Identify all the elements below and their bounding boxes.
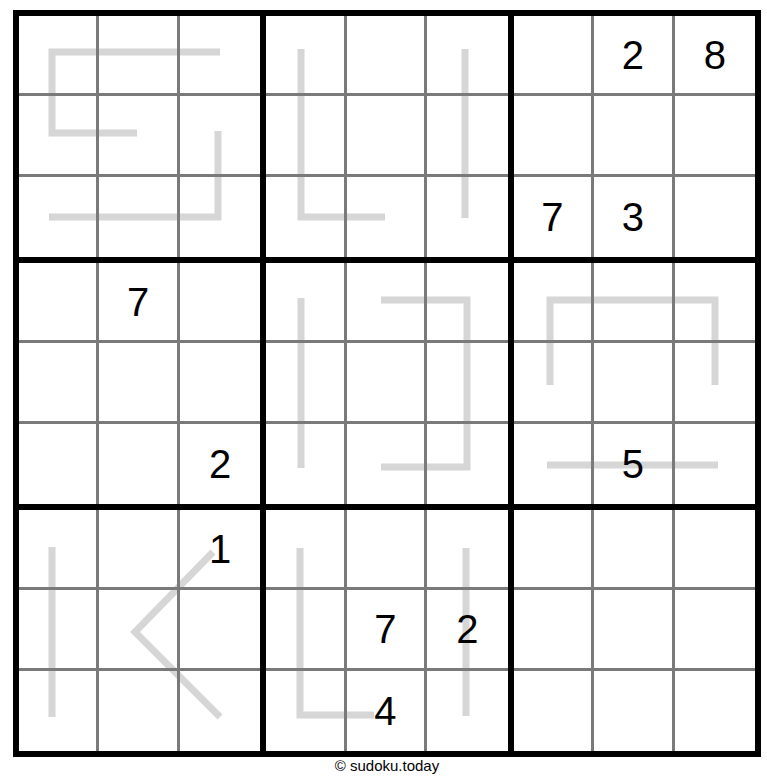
cell-r3c1[interactable] [19,177,99,257]
cell-r8c8[interactable] [594,590,674,670]
cell-r7c1[interactable] [19,510,99,590]
cell-r7c5[interactable] [347,510,427,590]
cell-r3c5[interactable] [347,177,427,257]
cell-r7c8[interactable] [594,510,674,590]
cell-r8c6[interactable]: 2 [427,590,507,670]
box-9 [511,507,758,754]
cell-r7c4[interactable] [266,510,346,590]
cell-r9c5[interactable]: 4 [347,671,427,751]
cell-r2c4[interactable] [266,96,346,176]
cell-r1c8[interactable]: 2 [594,16,674,96]
cell-r6c9[interactable] [675,424,755,504]
box-1 [16,13,263,260]
box-8: 724 [263,507,510,754]
cell-r5c1[interactable] [19,343,99,423]
cell-r9c7[interactable] [514,671,594,751]
cell-r2c8[interactable] [594,96,674,176]
cell-r4c2[interactable]: 7 [99,263,179,343]
cell-r8c2[interactable] [99,590,179,670]
cell-r5c7[interactable] [514,343,594,423]
cell-r9c3[interactable] [180,671,260,751]
cell-r3c2[interactable] [99,177,179,257]
cell-r6c2[interactable] [99,424,179,504]
cell-r5c6[interactable] [427,343,507,423]
cell-r4c6[interactable] [427,263,507,343]
cell-r4c7[interactable] [514,263,594,343]
cell-r4c8[interactable] [594,263,674,343]
cell-r3c3[interactable] [180,177,260,257]
cell-r3c9[interactable] [675,177,755,257]
box-5 [263,260,510,507]
cell-r8c4[interactable] [266,590,346,670]
cell-r5c9[interactable] [675,343,755,423]
cell-r2c5[interactable] [347,96,427,176]
cell-r8c3[interactable] [180,590,260,670]
cell-r6c7[interactable] [514,424,594,504]
cell-r8c5[interactable]: 7 [347,590,427,670]
cell-r9c8[interactable] [594,671,674,751]
cell-r9c6[interactable] [427,671,507,751]
box-4: 72 [16,260,263,507]
cell-r6c5[interactable] [347,424,427,504]
cell-r7c3[interactable]: 1 [180,510,260,590]
cell-r7c9[interactable] [675,510,755,590]
cell-r3c8[interactable]: 3 [594,177,674,257]
cell-r7c7[interactable] [514,510,594,590]
cell-r6c1[interactable] [19,424,99,504]
cell-r2c9[interactable] [675,96,755,176]
cell-r2c1[interactable] [19,96,99,176]
cell-r3c4[interactable] [266,177,346,257]
cell-r7c6[interactable] [427,510,507,590]
puzzle-page: 28737251724 © sudoku.today [0,0,767,777]
cell-r8c9[interactable] [675,590,755,670]
cell-r2c7[interactable] [514,96,594,176]
cell-r1c3[interactable] [180,16,260,96]
cell-r8c1[interactable] [19,590,99,670]
cell-r1c7[interactable] [514,16,594,96]
cell-r5c3[interactable] [180,343,260,423]
cell-r3c7[interactable]: 7 [514,177,594,257]
cell-r4c5[interactable] [347,263,427,343]
cell-r9c2[interactable] [99,671,179,751]
cell-r6c8[interactable]: 5 [594,424,674,504]
cell-r4c1[interactable] [19,263,99,343]
sudoku-board: 28737251724 [13,10,761,757]
cell-r1c1[interactable] [19,16,99,96]
cell-r1c9[interactable]: 8 [675,16,755,96]
cell-r5c4[interactable] [266,343,346,423]
cell-r2c2[interactable] [99,96,179,176]
cell-r1c6[interactable] [427,16,507,96]
cell-r5c5[interactable] [347,343,427,423]
box-7: 1 [16,507,263,754]
cell-r4c9[interactable] [675,263,755,343]
cell-r6c4[interactable] [266,424,346,504]
cell-r1c4[interactable] [266,16,346,96]
cell-r4c3[interactable] [180,263,260,343]
cell-r1c5[interactable] [347,16,427,96]
cell-r9c4[interactable] [266,671,346,751]
cell-r9c1[interactable] [19,671,99,751]
box-2 [263,13,510,260]
cell-r1c2[interactable] [99,16,179,96]
cell-r5c2[interactable] [99,343,179,423]
cell-r3c6[interactable] [427,177,507,257]
cell-r4c4[interactable] [266,263,346,343]
cell-r7c2[interactable] [99,510,179,590]
site-credit: © sudoku.today [13,757,761,774]
cell-r6c6[interactable] [427,424,507,504]
box-3: 2873 [511,13,758,260]
cell-r5c8[interactable] [594,343,674,423]
cell-r2c6[interactable] [427,96,507,176]
cell-r6c3[interactable]: 2 [180,424,260,504]
box-6: 5 [511,260,758,507]
cell-r9c9[interactable] [675,671,755,751]
cell-r2c3[interactable] [180,96,260,176]
cell-r8c7[interactable] [514,590,594,670]
